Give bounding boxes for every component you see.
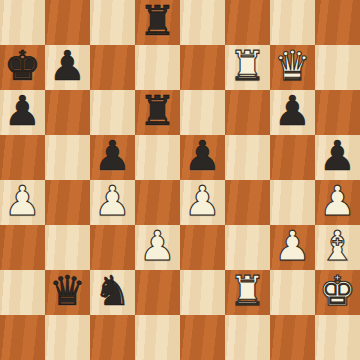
- piece-black-king[interactable]: ♚: [4, 46, 41, 87]
- chess-board: ♜♚♟♜♛♟♜♟♟♟♟♟♟♟♟♟♟♝♛♞♜♚: [0, 0, 360, 360]
- square-h4[interactable]: ♟: [315, 180, 360, 225]
- square-f4[interactable]: [225, 180, 270, 225]
- piece-white-rook[interactable]: ♜: [229, 271, 266, 312]
- square-d7[interactable]: [135, 45, 180, 90]
- square-a3[interactable]: [0, 225, 45, 270]
- piece-white-pawn[interactable]: ♟: [94, 181, 131, 222]
- piece-white-pawn[interactable]: ♟: [4, 181, 41, 222]
- square-a2[interactable]: [0, 270, 45, 315]
- piece-white-queen[interactable]: ♛: [274, 46, 311, 87]
- square-h8[interactable]: [315, 0, 360, 45]
- square-g6[interactable]: ♟: [270, 90, 315, 135]
- square-c6[interactable]: [90, 90, 135, 135]
- piece-black-pawn[interactable]: ♟: [49, 46, 86, 87]
- piece-white-rook[interactable]: ♜: [229, 46, 266, 87]
- square-b7[interactable]: ♟: [45, 45, 90, 90]
- square-b5[interactable]: [45, 135, 90, 180]
- piece-white-pawn[interactable]: ♟: [274, 226, 311, 267]
- piece-white-king[interactable]: ♚: [319, 271, 356, 312]
- square-c3[interactable]: [90, 225, 135, 270]
- square-g7[interactable]: ♛: [270, 45, 315, 90]
- square-a7[interactable]: ♚: [0, 45, 45, 90]
- piece-black-pawn[interactable]: ♟: [184, 136, 221, 177]
- square-h3[interactable]: ♝: [315, 225, 360, 270]
- piece-black-queen[interactable]: ♛: [49, 271, 86, 312]
- square-e1[interactable]: [180, 315, 225, 360]
- square-c4[interactable]: ♟: [90, 180, 135, 225]
- square-g1[interactable]: [270, 315, 315, 360]
- square-b4[interactable]: [45, 180, 90, 225]
- square-g8[interactable]: [270, 0, 315, 45]
- square-a1[interactable]: [0, 315, 45, 360]
- square-g5[interactable]: [270, 135, 315, 180]
- square-a5[interactable]: [0, 135, 45, 180]
- square-d2[interactable]: [135, 270, 180, 315]
- square-e3[interactable]: [180, 225, 225, 270]
- square-f7[interactable]: ♜: [225, 45, 270, 90]
- square-h1[interactable]: [315, 315, 360, 360]
- piece-black-pawn[interactable]: ♟: [319, 136, 356, 177]
- square-c1[interactable]: [90, 315, 135, 360]
- square-b2[interactable]: ♛: [45, 270, 90, 315]
- square-h2[interactable]: ♚: [315, 270, 360, 315]
- piece-white-bishop[interactable]: ♝: [319, 226, 356, 267]
- square-b6[interactable]: [45, 90, 90, 135]
- square-h7[interactable]: [315, 45, 360, 90]
- square-f3[interactable]: [225, 225, 270, 270]
- square-d5[interactable]: [135, 135, 180, 180]
- square-c5[interactable]: ♟: [90, 135, 135, 180]
- square-c2[interactable]: ♞: [90, 270, 135, 315]
- square-g4[interactable]: [270, 180, 315, 225]
- piece-black-rook[interactable]: ♜: [139, 91, 176, 132]
- square-d4[interactable]: [135, 180, 180, 225]
- square-e6[interactable]: [180, 90, 225, 135]
- square-a8[interactable]: [0, 0, 45, 45]
- square-e8[interactable]: [180, 0, 225, 45]
- square-a4[interactable]: ♟: [0, 180, 45, 225]
- square-d6[interactable]: ♜: [135, 90, 180, 135]
- square-c8[interactable]: [90, 0, 135, 45]
- piece-black-knight[interactable]: ♞: [94, 271, 131, 312]
- piece-black-pawn[interactable]: ♟: [4, 91, 41, 132]
- square-b1[interactable]: [45, 315, 90, 360]
- piece-white-pawn[interactable]: ♟: [184, 181, 221, 222]
- square-d1[interactable]: [135, 315, 180, 360]
- square-e2[interactable]: [180, 270, 225, 315]
- square-h5[interactable]: ♟: [315, 135, 360, 180]
- square-c7[interactable]: [90, 45, 135, 90]
- piece-white-pawn[interactable]: ♟: [319, 181, 356, 222]
- square-h6[interactable]: [315, 90, 360, 135]
- square-d3[interactable]: ♟: [135, 225, 180, 270]
- square-f6[interactable]: [225, 90, 270, 135]
- square-e7[interactable]: [180, 45, 225, 90]
- square-d8[interactable]: ♜: [135, 0, 180, 45]
- square-f2[interactable]: ♜: [225, 270, 270, 315]
- piece-black-pawn[interactable]: ♟: [274, 91, 311, 132]
- piece-white-pawn[interactable]: ♟: [139, 226, 176, 267]
- piece-black-pawn[interactable]: ♟: [94, 136, 131, 177]
- square-f8[interactable]: [225, 0, 270, 45]
- square-f5[interactable]: [225, 135, 270, 180]
- square-g2[interactable]: [270, 270, 315, 315]
- square-g3[interactable]: ♟: [270, 225, 315, 270]
- square-f1[interactable]: [225, 315, 270, 360]
- square-a6[interactable]: ♟: [0, 90, 45, 135]
- square-b3[interactable]: [45, 225, 90, 270]
- square-e5[interactable]: ♟: [180, 135, 225, 180]
- piece-black-rook[interactable]: ♜: [139, 1, 176, 42]
- square-b8[interactable]: [45, 0, 90, 45]
- square-e4[interactable]: ♟: [180, 180, 225, 225]
